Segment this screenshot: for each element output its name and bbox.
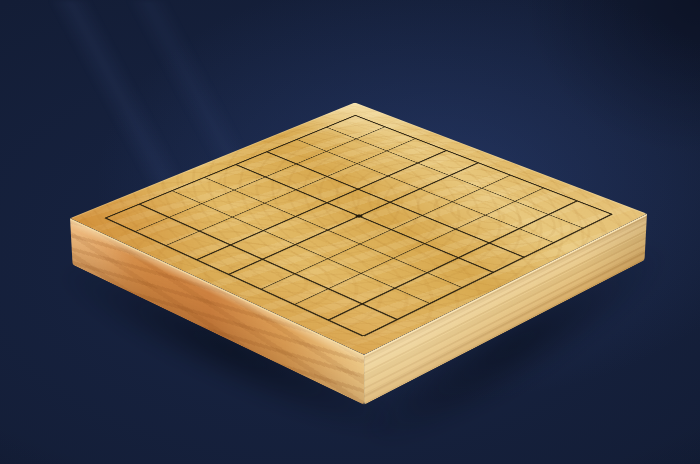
grid-line-vertical (261, 175, 512, 290)
board-top-face (70, 102, 647, 354)
grid-line-vertical (105, 115, 356, 218)
board-3d-scene (0, 0, 700, 464)
grid-line-horizontal (296, 139, 554, 243)
go-board (70, 102, 647, 354)
grid-line-horizontal (204, 177, 463, 288)
grid-line-vertical (196, 150, 447, 260)
grid-line-vertical (165, 138, 416, 245)
grid-line-horizontal (235, 164, 494, 272)
star-point-tengen (354, 214, 364, 218)
photo-scene (0, 0, 700, 464)
grid-line-vertical (135, 127, 386, 232)
grid-line-vertical (228, 162, 479, 274)
grid-line-horizontal (266, 152, 524, 258)
